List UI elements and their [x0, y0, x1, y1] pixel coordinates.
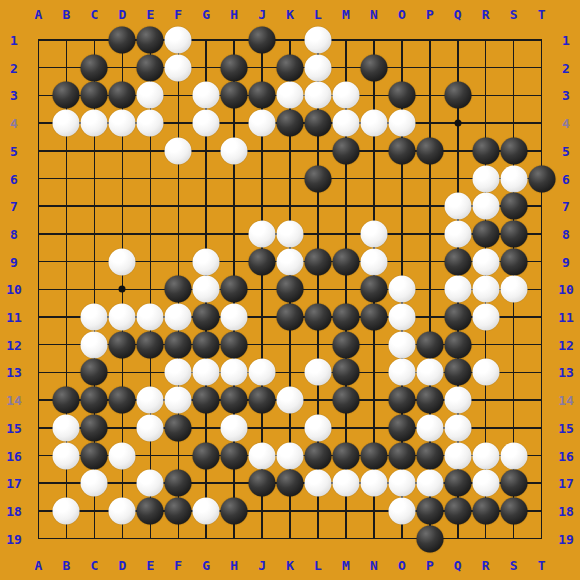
stone-black-r18[interactable]: [472, 497, 499, 524]
stone-black-m16[interactable]: [332, 442, 359, 469]
stone-white-r7[interactable]: [472, 193, 499, 220]
stone-black-c3[interactable]: [81, 82, 108, 109]
stone-white-r10[interactable]: [472, 276, 499, 303]
stone-black-q13[interactable]: [444, 359, 471, 386]
stone-black-c16[interactable]: [81, 442, 108, 469]
coordinate-label-bottom-H: H: [230, 559, 238, 572]
stone-black-o3[interactable]: [388, 82, 415, 109]
stone-black-l9[interactable]: [305, 248, 332, 275]
stone-white-q10[interactable]: [444, 276, 471, 303]
coordinate-label-left-4: 4: [10, 117, 18, 130]
coordinate-label-bottom-K: K: [286, 559, 294, 572]
coordinate-label-right-17: 17: [558, 477, 574, 490]
coordinate-label-right-14: 14: [558, 394, 574, 407]
stone-black-e1[interactable]: [137, 27, 164, 54]
stone-white-n9[interactable]: [360, 248, 387, 275]
coordinate-label-left-10: 10: [6, 283, 22, 296]
stone-white-f5[interactable]: [165, 137, 192, 164]
coordinate-label-right-18: 18: [558, 504, 574, 517]
stone-white-r9[interactable]: [472, 248, 499, 275]
stone-white-f14[interactable]: [165, 387, 192, 414]
stone-white-e15[interactable]: [137, 414, 164, 441]
stone-black-e2[interactable]: [137, 54, 164, 81]
stone-white-s6[interactable]: [500, 165, 527, 192]
stone-black-k4[interactable]: [277, 110, 304, 137]
stone-black-q11[interactable]: [444, 304, 471, 331]
stone-black-n11[interactable]: [360, 304, 387, 331]
stone-white-r16[interactable]: [472, 442, 499, 469]
stone-white-r13[interactable]: [472, 359, 499, 386]
stone-black-b14[interactable]: [53, 387, 80, 414]
stone-white-j13[interactable]: [249, 359, 276, 386]
stone-white-q8[interactable]: [444, 220, 471, 247]
stone-black-j3[interactable]: [249, 82, 276, 109]
coordinate-label-bottom-A: A: [35, 559, 43, 572]
stone-black-p16[interactable]: [416, 442, 443, 469]
stone-white-d18[interactable]: [109, 497, 136, 524]
stone-white-j8[interactable]: [249, 220, 276, 247]
coordinate-label-top-O: O: [398, 8, 406, 21]
coordinate-label-top-A: A: [35, 8, 43, 21]
stone-black-j17[interactable]: [249, 470, 276, 497]
coordinate-label-left-3: 3: [10, 89, 18, 102]
coordinate-label-right-19: 19: [558, 532, 574, 545]
coordinate-label-top-C: C: [90, 8, 98, 21]
stone-white-f11[interactable]: [165, 304, 192, 331]
coordinate-label-bottom-F: F: [174, 559, 182, 572]
stone-black-h16[interactable]: [221, 442, 248, 469]
stone-black-c14[interactable]: [81, 387, 108, 414]
coordinate-label-top-M: M: [342, 8, 350, 21]
stone-white-h11[interactable]: [221, 304, 248, 331]
coordinate-label-top-R: R: [482, 8, 490, 21]
stone-white-l17[interactable]: [305, 470, 332, 497]
stone-white-s16[interactable]: [500, 442, 527, 469]
stone-black-l11[interactable]: [305, 304, 332, 331]
stone-white-r6[interactable]: [472, 165, 499, 192]
stone-white-e11[interactable]: [137, 304, 164, 331]
coordinate-label-left-16: 16: [6, 449, 22, 462]
stone-black-j9[interactable]: [249, 248, 276, 275]
stone-white-m17[interactable]: [332, 470, 359, 497]
stone-black-d3[interactable]: [109, 82, 136, 109]
stone-white-b15[interactable]: [53, 414, 80, 441]
coordinate-label-left-15: 15: [6, 421, 22, 434]
stone-black-s18[interactable]: [500, 497, 527, 524]
stone-white-j16[interactable]: [249, 442, 276, 469]
stone-black-m14[interactable]: [332, 387, 359, 414]
stone-white-s10[interactable]: [500, 276, 527, 303]
coordinate-label-left-6: 6: [10, 172, 18, 185]
coordinate-label-bottom-N: N: [370, 559, 378, 572]
stone-white-r11[interactable]: [472, 304, 499, 331]
coordinate-label-bottom-G: G: [202, 559, 210, 572]
coordinate-label-left-19: 19: [6, 532, 22, 545]
stone-black-s7[interactable]: [500, 193, 527, 220]
coordinate-label-bottom-M: M: [342, 559, 350, 572]
stone-white-d11[interactable]: [109, 304, 136, 331]
stone-white-h15[interactable]: [221, 414, 248, 441]
stone-white-e4[interactable]: [137, 110, 164, 137]
coordinate-label-top-K: K: [286, 8, 294, 21]
coordinate-label-bottom-S: S: [510, 559, 518, 572]
stone-white-g9[interactable]: [193, 248, 220, 275]
stone-white-q14[interactable]: [444, 387, 471, 414]
coordinate-label-bottom-Q: Q: [454, 559, 462, 572]
stone-white-k14[interactable]: [277, 387, 304, 414]
coordinate-label-left-18: 18: [6, 504, 22, 517]
coordinate-label-top-G: G: [202, 8, 210, 21]
coordinate-label-bottom-L: L: [314, 559, 322, 572]
stone-black-n10[interactable]: [360, 276, 387, 303]
stone-white-g4[interactable]: [193, 110, 220, 137]
stone-white-m3[interactable]: [332, 82, 359, 109]
stone-black-j1[interactable]: [249, 27, 276, 54]
stone-black-o14[interactable]: [388, 387, 415, 414]
stone-black-g11[interactable]: [193, 304, 220, 331]
coordinate-label-bottom-R: R: [482, 559, 490, 572]
stone-white-l3[interactable]: [305, 82, 332, 109]
coordinate-label-bottom-E: E: [146, 559, 154, 572]
stone-black-k10[interactable]: [277, 276, 304, 303]
star-point-d10: [119, 286, 126, 293]
coordinate-label-top-N: N: [370, 8, 378, 21]
coordinate-label-left-2: 2: [10, 61, 18, 74]
coordinate-label-top-Q: Q: [454, 8, 462, 21]
stone-black-m11[interactable]: [332, 304, 359, 331]
stone-black-c13[interactable]: [81, 359, 108, 386]
stone-black-l4[interactable]: [305, 110, 332, 137]
coordinate-label-bottom-T: T: [538, 559, 546, 572]
stone-white-d4[interactable]: [109, 110, 136, 137]
coordinate-label-right-10: 10: [558, 283, 574, 296]
stone-white-o4[interactable]: [388, 110, 415, 137]
coordinate-label-top-D: D: [118, 8, 126, 21]
go-board-page: AABBCCDDEEFFGGHHJJKKLLMMNNOOPPQQRRSSTT11…: [0, 0, 580, 580]
stone-black-l16[interactable]: [305, 442, 332, 469]
stone-white-p17[interactable]: [416, 470, 443, 497]
stone-black-s17[interactable]: [500, 470, 527, 497]
stone-black-p14[interactable]: [416, 387, 443, 414]
stone-black-g16[interactable]: [193, 442, 220, 469]
stone-black-e18[interactable]: [137, 497, 164, 524]
stone-black-k17[interactable]: [277, 470, 304, 497]
stone-white-q7[interactable]: [444, 193, 471, 220]
stone-white-p15[interactable]: [416, 414, 443, 441]
stone-white-q16[interactable]: [444, 442, 471, 469]
stone-white-e17[interactable]: [137, 470, 164, 497]
stone-white-f1[interactable]: [165, 27, 192, 54]
stone-white-g10[interactable]: [193, 276, 220, 303]
stone-black-h18[interactable]: [221, 497, 248, 524]
stone-white-o18[interactable]: [388, 497, 415, 524]
coordinate-label-bottom-O: O: [398, 559, 406, 572]
coordinate-label-bottom-P: P: [426, 559, 434, 572]
stone-black-f17[interactable]: [165, 470, 192, 497]
stone-white-n8[interactable]: [360, 220, 387, 247]
grid-line-horizontal: [38, 538, 543, 540]
stone-black-p5[interactable]: [416, 137, 443, 164]
stone-black-s9[interactable]: [500, 248, 527, 275]
coordinate-label-top-S: S: [510, 8, 518, 21]
grid-line-vertical: [541, 39, 543, 539]
coordinate-label-left-13: 13: [6, 366, 22, 379]
coordinate-label-right-5: 5: [562, 144, 570, 157]
stone-black-r5[interactable]: [472, 137, 499, 164]
coordinate-label-right-6: 6: [562, 172, 570, 185]
stone-white-g18[interactable]: [193, 497, 220, 524]
stone-black-d12[interactable]: [109, 331, 136, 358]
stone-white-l13[interactable]: [305, 359, 332, 386]
stone-white-o11[interactable]: [388, 304, 415, 331]
coordinate-label-right-4: 4: [562, 117, 570, 130]
stone-black-r8[interactable]: [472, 220, 499, 247]
coordinate-label-top-E: E: [146, 8, 154, 21]
stone-black-m13[interactable]: [332, 359, 359, 386]
stone-black-m12[interactable]: [332, 331, 359, 358]
stone-white-e3[interactable]: [137, 82, 164, 109]
stone-white-l1[interactable]: [305, 27, 332, 54]
stone-black-c15[interactable]: [81, 414, 108, 441]
stone-black-q17[interactable]: [444, 470, 471, 497]
stone-black-m9[interactable]: [332, 248, 359, 275]
stone-black-s8[interactable]: [500, 220, 527, 247]
stone-white-k3[interactable]: [277, 82, 304, 109]
stone-white-o10[interactable]: [388, 276, 415, 303]
coordinate-label-left-7: 7: [10, 200, 18, 213]
stone-black-f15[interactable]: [165, 414, 192, 441]
coordinate-label-top-H: H: [230, 8, 238, 21]
stone-black-e12[interactable]: [137, 331, 164, 358]
stone-black-n16[interactable]: [360, 442, 387, 469]
coordinate-label-right-16: 16: [558, 449, 574, 462]
stone-black-t6[interactable]: [528, 165, 555, 192]
stone-white-b18[interactable]: [53, 497, 80, 524]
coordinate-label-right-3: 3: [562, 89, 570, 102]
stone-black-q3[interactable]: [444, 82, 471, 109]
stone-black-h2[interactable]: [221, 54, 248, 81]
stone-black-g14[interactable]: [193, 387, 220, 414]
stone-black-m5[interactable]: [332, 137, 359, 164]
coordinate-label-right-13: 13: [558, 366, 574, 379]
coordinate-label-left-5: 5: [10, 144, 18, 157]
stone-black-p19[interactable]: [416, 525, 443, 552]
coordinate-label-bottom-D: D: [118, 559, 126, 572]
stone-black-g12[interactable]: [193, 331, 220, 358]
stone-black-k11[interactable]: [277, 304, 304, 331]
stone-white-n17[interactable]: [360, 470, 387, 497]
coordinate-label-right-11: 11: [558, 311, 574, 324]
coordinate-label-top-T: T: [538, 8, 546, 21]
stone-white-g3[interactable]: [193, 82, 220, 109]
coordinate-label-right-9: 9: [562, 255, 570, 268]
stone-black-h12[interactable]: [221, 331, 248, 358]
stone-black-p18[interactable]: [416, 497, 443, 524]
stone-black-c2[interactable]: [81, 54, 108, 81]
coordinate-label-right-15: 15: [558, 421, 574, 434]
stone-white-h13[interactable]: [221, 359, 248, 386]
stone-white-l2[interactable]: [305, 54, 332, 81]
stone-white-k9[interactable]: [277, 248, 304, 275]
stone-black-b3[interactable]: [53, 82, 80, 109]
stone-black-d1[interactable]: [109, 27, 136, 54]
stone-black-s5[interactable]: [500, 137, 527, 164]
stone-white-o12[interactable]: [388, 331, 415, 358]
stone-black-q12[interactable]: [444, 331, 471, 358]
stone-white-q15[interactable]: [444, 414, 471, 441]
stone-white-f2[interactable]: [165, 54, 192, 81]
stone-black-o16[interactable]: [388, 442, 415, 469]
stone-black-q9[interactable]: [444, 248, 471, 275]
coordinate-label-left-11: 11: [6, 311, 22, 324]
stone-black-o5[interactable]: [388, 137, 415, 164]
stone-white-b4[interactable]: [53, 110, 80, 137]
stone-white-c12[interactable]: [81, 331, 108, 358]
stone-white-h5[interactable]: [221, 137, 248, 164]
coordinate-label-left-17: 17: [6, 477, 22, 490]
coordinate-label-top-B: B: [63, 8, 71, 21]
stone-white-g13[interactable]: [193, 359, 220, 386]
stone-white-m4[interactable]: [332, 110, 359, 137]
stone-white-f13[interactable]: [165, 359, 192, 386]
stone-black-p12[interactable]: [416, 331, 443, 358]
stone-black-n2[interactable]: [360, 54, 387, 81]
coordinate-label-left-9: 9: [10, 255, 18, 268]
coordinate-label-top-P: P: [426, 8, 434, 21]
stone-black-f12[interactable]: [165, 331, 192, 358]
stone-black-k2[interactable]: [277, 54, 304, 81]
coordinate-label-right-12: 12: [558, 338, 574, 351]
go-board[interactable]: AABBCCDDEEFFGGHHJJKKLLMMNNOOPPQQRRSSTT11…: [0, 0, 580, 580]
stone-black-j14[interactable]: [249, 387, 276, 414]
coordinate-label-bottom-B: B: [63, 559, 71, 572]
stone-white-d9[interactable]: [109, 248, 136, 275]
stone-black-h10[interactable]: [221, 276, 248, 303]
stone-white-r17[interactable]: [472, 470, 499, 497]
coordinate-label-left-12: 12: [6, 338, 22, 351]
coordinate-label-right-7: 7: [562, 200, 570, 213]
stone-black-h3[interactable]: [221, 82, 248, 109]
stone-white-o13[interactable]: [388, 359, 415, 386]
stone-black-d14[interactable]: [109, 387, 136, 414]
stone-white-o17[interactable]: [388, 470, 415, 497]
stone-black-f18[interactable]: [165, 497, 192, 524]
coordinate-label-left-8: 8: [10, 227, 18, 240]
coordinate-label-right-1: 1: [562, 34, 570, 47]
coordinate-label-right-2: 2: [562, 61, 570, 74]
coordinate-label-top-F: F: [174, 8, 182, 21]
stone-white-e14[interactable]: [137, 387, 164, 414]
stone-white-j4[interactable]: [249, 110, 276, 137]
stone-black-h14[interactable]: [221, 387, 248, 414]
coordinate-label-left-14: 14: [6, 394, 22, 407]
stone-white-l15[interactable]: [305, 414, 332, 441]
stone-black-o15[interactable]: [388, 414, 415, 441]
coordinate-label-bottom-J: J: [258, 559, 266, 572]
stone-white-k16[interactable]: [277, 442, 304, 469]
stone-white-c11[interactable]: [81, 304, 108, 331]
stone-white-k8[interactable]: [277, 220, 304, 247]
stone-white-n4[interactable]: [360, 110, 387, 137]
stone-black-f10[interactable]: [165, 276, 192, 303]
coordinate-label-right-8: 8: [562, 227, 570, 240]
stone-white-c4[interactable]: [81, 110, 108, 137]
stone-white-c17[interactable]: [81, 470, 108, 497]
stone-black-l6[interactable]: [305, 165, 332, 192]
coordinate-label-bottom-C: C: [90, 559, 98, 572]
stone-white-b16[interactable]: [53, 442, 80, 469]
star-point-q4: [454, 120, 461, 127]
coordinate-label-top-L: L: [314, 8, 322, 21]
coordinate-label-top-J: J: [258, 8, 266, 21]
stone-white-p13[interactable]: [416, 359, 443, 386]
coordinate-label-left-1: 1: [10, 34, 18, 47]
stone-black-q18[interactable]: [444, 497, 471, 524]
stone-white-d16[interactable]: [109, 442, 136, 469]
